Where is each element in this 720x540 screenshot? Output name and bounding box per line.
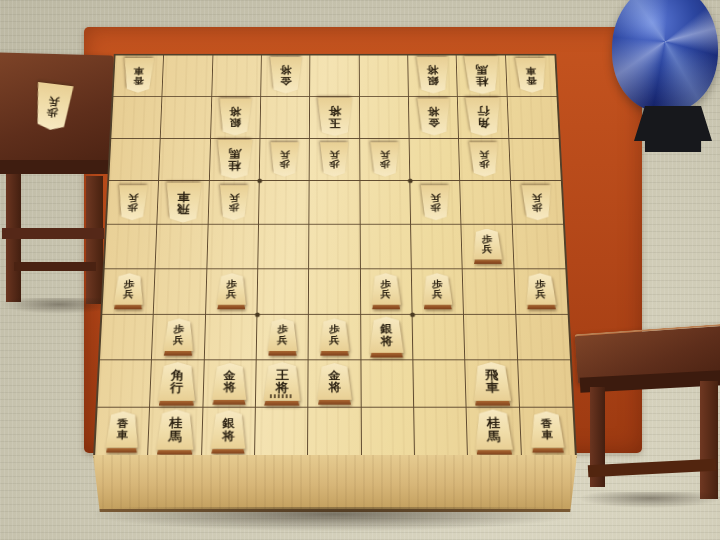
piece-face: 歩兵 bbox=[370, 273, 402, 305]
piece-7b-silver[interactable]: 銀将 bbox=[218, 99, 253, 136]
square-7e[interactable] bbox=[207, 225, 259, 269]
piece-kanji: 馬 bbox=[475, 65, 488, 76]
piece-kanji: 歩 bbox=[329, 325, 340, 335]
left-komadai-stretcher-lower bbox=[14, 262, 96, 271]
square-2i[interactable]: 桂馬 bbox=[467, 408, 522, 456]
square-1d[interactable]: 歩兵 bbox=[511, 181, 563, 225]
piece-kanji: 将 bbox=[328, 382, 340, 393]
piece-kanji: 歩 bbox=[228, 203, 239, 212]
piece-kanji: 桂 bbox=[228, 160, 241, 171]
square-2c[interactable]: 歩兵 bbox=[459, 138, 510, 181]
piece-kanji: 将 bbox=[427, 65, 439, 75]
piece-face: 歩兵 bbox=[469, 142, 501, 176]
piece-face: 歩兵 bbox=[319, 142, 349, 176]
piece-kanji: 兵 bbox=[531, 193, 542, 202]
piece-side-edge bbox=[424, 305, 452, 310]
piece-kanji: 香 bbox=[117, 418, 129, 429]
piece-kanji: 兵 bbox=[128, 193, 139, 202]
piece-side-edge bbox=[527, 305, 556, 310]
piece-face: 歩兵 bbox=[369, 142, 400, 176]
left-komadai-stretcher-upper bbox=[2, 228, 104, 239]
piece-2a-knight[interactable]: 桂馬 bbox=[463, 57, 501, 95]
piece-kanji: 歩 bbox=[124, 279, 135, 289]
square-9c[interactable] bbox=[109, 138, 161, 181]
piece-face: 金将 bbox=[316, 363, 353, 400]
piece-kanji: 兵 bbox=[430, 193, 441, 202]
piece-kanji: 行 bbox=[170, 382, 184, 394]
piece-3b-gold[interactable]: 金将 bbox=[416, 99, 451, 136]
square-4c[interactable]: 歩兵 bbox=[360, 138, 410, 181]
piece-kanji: 将 bbox=[230, 107, 242, 117]
piece-side-edge bbox=[211, 449, 244, 454]
square-3a[interactable]: 銀将 bbox=[408, 55, 458, 96]
square-9d[interactable]: 歩兵 bbox=[107, 181, 159, 225]
piece-face: 王将 bbox=[262, 362, 302, 401]
piece-5c-pawn[interactable]: 歩兵 bbox=[319, 142, 349, 176]
piece-8g-pawn[interactable]: 歩兵 bbox=[162, 319, 195, 356]
piece-kanji: 王 bbox=[275, 369, 288, 381]
square-8d[interactable]: 飛車 bbox=[158, 181, 210, 225]
square-1b[interactable] bbox=[507, 97, 558, 139]
piece-kanji: 車 bbox=[177, 191, 190, 202]
square-2e[interactable]: 歩兵 bbox=[462, 225, 514, 269]
piece-side-edge bbox=[159, 401, 195, 406]
left-komadai-leg-right bbox=[86, 176, 103, 304]
piece-3f-pawn[interactable]: 歩兵 bbox=[421, 273, 453, 309]
square-9f[interactable]: 歩兵 bbox=[102, 269, 155, 314]
piece-face: 金将 bbox=[268, 57, 303, 93]
piece-kanji: 歩 bbox=[46, 107, 58, 119]
piece-kanji: 金 bbox=[428, 117, 440, 127]
left-komadai-apron bbox=[0, 160, 110, 174]
square-6f[interactable] bbox=[257, 269, 309, 314]
piece-side-edge bbox=[157, 450, 193, 455]
piece-face: 歩兵 bbox=[31, 82, 74, 132]
piece-face: 桂馬 bbox=[463, 57, 501, 95]
square-8f[interactable] bbox=[154, 269, 207, 314]
piece-1f-pawn[interactable]: 歩兵 bbox=[524, 273, 558, 309]
square-9b[interactable] bbox=[111, 97, 162, 139]
square-6i[interactable] bbox=[255, 408, 309, 456]
piece-face: 銀将 bbox=[209, 410, 247, 448]
square-4f[interactable]: 歩兵 bbox=[361, 269, 413, 314]
piece-8h-bishop[interactable]: 角行 bbox=[157, 362, 198, 405]
board-shadow bbox=[95, 507, 573, 531]
piece-hand-pawn[interactable]: 歩兵 bbox=[31, 82, 74, 132]
piece-4g-silver[interactable]: 銀将 bbox=[368, 317, 405, 358]
square-9i[interactable]: 香車 bbox=[95, 408, 150, 456]
piece-side-edge bbox=[264, 401, 299, 406]
board-front-face bbox=[93, 455, 577, 512]
square-8e[interactable] bbox=[156, 225, 208, 269]
square-2d[interactable] bbox=[460, 181, 512, 225]
square-1c[interactable] bbox=[509, 138, 561, 181]
square-4d[interactable] bbox=[360, 181, 411, 225]
square-4g[interactable]: 銀将 bbox=[361, 314, 413, 360]
square-1g[interactable] bbox=[516, 314, 570, 360]
square-3b[interactable]: 金将 bbox=[409, 97, 459, 139]
piece-1a-lance[interactable]: 香車 bbox=[514, 58, 548, 93]
piece-kanji: 車 bbox=[541, 430, 553, 441]
piece-face: 香車 bbox=[122, 58, 155, 93]
piece-face: 銀将 bbox=[415, 57, 450, 93]
captured-pawn-in-hand-white[interactable]: 歩兵 bbox=[31, 82, 74, 132]
piece-kanji: 馬 bbox=[487, 430, 501, 443]
piece-kanji: 将 bbox=[380, 335, 392, 346]
piece-side-edge bbox=[370, 353, 403, 358]
piece-7h-gold[interactable]: 金将 bbox=[211, 363, 249, 405]
square-3d[interactable]: 歩兵 bbox=[410, 181, 461, 225]
square-5b[interactable]: 玉将 bbox=[310, 97, 360, 139]
piece-face: 歩兵 bbox=[267, 319, 299, 351]
piece-kanji: 将 bbox=[223, 382, 236, 393]
square-1i[interactable]: 香車 bbox=[520, 408, 575, 456]
board-star-dot bbox=[257, 179, 262, 183]
piece-8i-knight[interactable]: 桂馬 bbox=[155, 409, 196, 454]
piece-kanji: 兵 bbox=[279, 150, 289, 159]
piece-kanji: 桂 bbox=[475, 76, 488, 87]
piece-kanji: 車 bbox=[133, 66, 144, 75]
piece-kanji: 金 bbox=[223, 370, 236, 381]
piece-kanji: 兵 bbox=[482, 244, 493, 253]
shogi-board-wrap: 香車金将銀将桂馬香車銀将玉将金将角行桂馬歩兵歩兵歩兵歩兵歩兵飛車歩兵歩兵歩兵歩兵… bbox=[93, 54, 577, 458]
piece-side-edge bbox=[217, 305, 245, 310]
piece-kanji: 歩 bbox=[535, 279, 546, 289]
piece-kanji: 将 bbox=[280, 65, 292, 75]
square-7i[interactable]: 銀将 bbox=[202, 408, 256, 456]
piece-kanji: 将 bbox=[275, 382, 288, 394]
piece-2b-bishop[interactable]: 角行 bbox=[464, 98, 502, 137]
piece-kanji: 兵 bbox=[379, 150, 389, 159]
piece-9a-lance[interactable]: 香車 bbox=[122, 58, 155, 93]
piece-kanji: 金 bbox=[328, 370, 340, 381]
square-1a[interactable]: 香車 bbox=[506, 55, 557, 96]
piece-side-edge bbox=[532, 448, 564, 453]
piece-kanji: 角 bbox=[170, 369, 184, 381]
piece-side-edge bbox=[318, 400, 351, 405]
square-6e[interactable] bbox=[258, 225, 309, 269]
piece-1d-pawn[interactable]: 歩兵 bbox=[520, 185, 553, 220]
piece-kanji: 車 bbox=[485, 382, 499, 394]
square-5f[interactable] bbox=[309, 269, 361, 314]
square-3h[interactable] bbox=[413, 361, 467, 408]
square-8i[interactable]: 桂馬 bbox=[148, 408, 203, 456]
piece-kanji: 歩 bbox=[479, 160, 490, 169]
porcelain-vase bbox=[612, 0, 718, 112]
piece-side-edge bbox=[114, 305, 142, 310]
piece-kanji: 歩 bbox=[532, 203, 543, 212]
square-9e[interactable] bbox=[105, 225, 158, 269]
square-1e[interactable] bbox=[512, 225, 565, 269]
square-4a[interactable] bbox=[359, 55, 408, 96]
piece-kanji: 角 bbox=[477, 117, 490, 128]
piece-kanji: 兵 bbox=[277, 335, 288, 345]
piece-5g-pawn[interactable]: 歩兵 bbox=[319, 319, 351, 356]
scene-tatami-room: 歩兵 香車金将銀将桂馬香車銀将玉将金将角行桂馬歩兵歩兵歩兵歩兵歩兵飛車歩兵歩兵歩… bbox=[0, 0, 720, 540]
piece-kanji: 香 bbox=[133, 76, 144, 85]
piece-side-edge bbox=[268, 351, 297, 356]
piece-face: 歩兵 bbox=[216, 273, 248, 305]
piece-face: 角行 bbox=[157, 362, 197, 401]
piece-kanji: 銀 bbox=[380, 323, 392, 334]
piece-kanji: 車 bbox=[525, 66, 536, 75]
piece-kanji: 飛 bbox=[485, 369, 499, 381]
piece-9f-pawn[interactable]: 歩兵 bbox=[112, 273, 145, 309]
piece-kanji: 馬 bbox=[228, 148, 241, 159]
piece-face: 歩兵 bbox=[420, 185, 451, 220]
piece-face: 歩兵 bbox=[162, 319, 195, 351]
piece-6h-king[interactable]: 王将 bbox=[262, 362, 302, 405]
piece-5h-gold[interactable]: 金将 bbox=[316, 363, 353, 405]
square-3g[interactable] bbox=[413, 314, 466, 360]
piece-kanji: 歩 bbox=[482, 234, 493, 243]
square-6d[interactable] bbox=[259, 181, 310, 225]
piece-2e-pawn[interactable]: 歩兵 bbox=[471, 229, 503, 265]
piece-side-edge bbox=[320, 351, 349, 356]
piece-kanji: 兵 bbox=[48, 96, 60, 108]
right-side-table-shadow bbox=[578, 492, 720, 508]
piece-2c-pawn[interactable]: 歩兵 bbox=[469, 142, 501, 176]
piece-kanji: 歩 bbox=[173, 325, 184, 335]
square-7h[interactable]: 金将 bbox=[203, 361, 257, 408]
piece-kanji: 兵 bbox=[479, 150, 490, 159]
square-6h[interactable]: 王将 bbox=[256, 361, 309, 408]
piece-kanji: 銀 bbox=[222, 417, 235, 429]
piece-7i-silver[interactable]: 銀将 bbox=[209, 410, 247, 453]
piece-kanji: 兵 bbox=[329, 335, 340, 345]
piece-kanji: 兵 bbox=[329, 150, 339, 159]
piece-kanji: 香 bbox=[526, 76, 537, 85]
piece-5b-king[interactable]: 玉将 bbox=[316, 98, 353, 137]
piece-kanji: 兵 bbox=[226, 289, 237, 299]
square-1f[interactable]: 歩兵 bbox=[514, 269, 567, 314]
square-2f[interactable] bbox=[463, 269, 516, 314]
piece-kanji: 行 bbox=[476, 106, 489, 117]
piece-kanji: 車 bbox=[116, 430, 128, 441]
square-4i[interactable] bbox=[361, 408, 415, 456]
piece-kanji: 銀 bbox=[427, 76, 439, 86]
square-2a[interactable]: 桂馬 bbox=[457, 55, 507, 96]
piece-face: 銀将 bbox=[368, 317, 405, 353]
piece-2h-rook[interactable]: 飛車 bbox=[472, 362, 513, 405]
piece-face: 金将 bbox=[416, 99, 451, 136]
piece-9d-pawn[interactable]: 歩兵 bbox=[117, 185, 149, 220]
piece-kanji: 将 bbox=[427, 107, 439, 117]
piece-side-edge bbox=[475, 401, 511, 406]
piece-side-edge bbox=[474, 260, 502, 264]
piece-face: 角行 bbox=[464, 98, 502, 137]
square-7f[interactable]: 歩兵 bbox=[206, 269, 258, 314]
square-4e[interactable] bbox=[360, 225, 411, 269]
piece-kanji: 歩 bbox=[279, 160, 289, 169]
piece-face: 歩兵 bbox=[117, 185, 149, 220]
square-5h[interactable]: 金将 bbox=[309, 361, 362, 408]
piece-kanji: 歩 bbox=[381, 279, 392, 289]
piece-kanji: 兵 bbox=[228, 193, 239, 202]
piece-face: 歩兵 bbox=[218, 185, 249, 220]
square-8a[interactable] bbox=[163, 55, 213, 96]
square-7a[interactable] bbox=[212, 55, 262, 96]
piece-kanji: 兵 bbox=[173, 335, 184, 345]
piece-face: 歩兵 bbox=[520, 185, 553, 220]
vase-stand bbox=[634, 106, 712, 152]
piece-face: 香車 bbox=[104, 411, 140, 448]
square-3f[interactable]: 歩兵 bbox=[412, 269, 464, 314]
piece-side-edge bbox=[213, 400, 246, 405]
piece-face: 飛車 bbox=[472, 362, 512, 401]
square-5g[interactable]: 歩兵 bbox=[309, 314, 361, 360]
square-3e[interactable] bbox=[411, 225, 463, 269]
piece-kanji: 銀 bbox=[230, 117, 242, 127]
piece-face: 歩兵 bbox=[319, 319, 351, 351]
piece-4c-pawn[interactable]: 歩兵 bbox=[369, 142, 400, 176]
square-6g[interactable]: 歩兵 bbox=[257, 314, 310, 360]
piece-8d-rook[interactable]: 飛車 bbox=[164, 182, 203, 222]
square-5e[interactable] bbox=[309, 225, 360, 269]
piece-kanji: 歩 bbox=[329, 160, 339, 169]
piece-kanji: 歩 bbox=[226, 279, 237, 289]
piece-kanji: 歩 bbox=[277, 325, 288, 335]
right-side-table-stretcher bbox=[588, 459, 716, 478]
piece-6a-gold[interactable]: 金将 bbox=[268, 57, 303, 93]
square-8h[interactable]: 角行 bbox=[150, 361, 204, 408]
square-4b[interactable] bbox=[360, 97, 410, 139]
piece-kanji: 飛 bbox=[176, 203, 189, 214]
square-2g[interactable] bbox=[464, 314, 518, 360]
piece-face: 金将 bbox=[211, 363, 248, 400]
piece-face: 玉将 bbox=[316, 98, 353, 137]
square-5c[interactable]: 歩兵 bbox=[310, 138, 360, 181]
piece-face: 歩兵 bbox=[421, 273, 453, 305]
square-5a[interactable] bbox=[310, 55, 359, 96]
square-8c[interactable] bbox=[159, 138, 210, 181]
piece-kanji: 兵 bbox=[123, 289, 134, 299]
piece-7c-knight[interactable]: 桂馬 bbox=[215, 140, 253, 179]
square-8g[interactable]: 歩兵 bbox=[152, 314, 206, 360]
piece-kanji: 桂 bbox=[486, 417, 500, 429]
maker-signature bbox=[270, 394, 294, 398]
piece-6g-pawn[interactable]: 歩兵 bbox=[266, 319, 298, 356]
piece-kanji: 玉 bbox=[328, 117, 341, 128]
piece-kanji: 歩 bbox=[379, 160, 389, 169]
piece-3d-pawn[interactable]: 歩兵 bbox=[420, 185, 451, 220]
piece-9i-lance[interactable]: 香車 bbox=[104, 411, 140, 452]
piece-face: 銀将 bbox=[218, 99, 253, 136]
piece-face: 歩兵 bbox=[112, 273, 145, 305]
square-9a[interactable]: 香車 bbox=[113, 55, 164, 96]
square-9g[interactable] bbox=[100, 314, 154, 360]
piece-face: 香車 bbox=[529, 411, 566, 448]
piece-kanji: 兵 bbox=[381, 289, 392, 299]
piece-face: 桂馬 bbox=[155, 409, 196, 449]
square-7g[interactable] bbox=[204, 314, 257, 360]
piece-kanji: 将 bbox=[222, 430, 235, 442]
piece-7f-pawn[interactable]: 歩兵 bbox=[215, 273, 247, 309]
piece-kanji: 歩 bbox=[430, 203, 441, 212]
piece-side-edge bbox=[476, 450, 512, 455]
square-6a[interactable]: 金将 bbox=[261, 55, 310, 96]
square-5i[interactable] bbox=[308, 408, 361, 456]
piece-kanji: 香 bbox=[541, 418, 553, 429]
square-5d[interactable] bbox=[310, 181, 361, 225]
piece-kanji: 桂 bbox=[169, 417, 183, 429]
square-7c[interactable]: 桂馬 bbox=[210, 138, 261, 181]
square-4h[interactable] bbox=[361, 361, 414, 408]
piece-kanji: 金 bbox=[280, 76, 292, 86]
piece-3a-silver[interactable]: 銀将 bbox=[415, 57, 450, 93]
board-star-dot bbox=[408, 179, 413, 183]
square-9h[interactable] bbox=[98, 361, 153, 408]
square-8b[interactable] bbox=[161, 97, 212, 139]
piece-1i-lance[interactable]: 香車 bbox=[529, 411, 566, 452]
piece-face: 歩兵 bbox=[524, 273, 557, 305]
piece-side-edge bbox=[164, 351, 193, 356]
square-7d[interactable]: 歩兵 bbox=[208, 181, 259, 225]
piece-2i-knight[interactable]: 桂馬 bbox=[473, 409, 514, 454]
square-3c[interactable] bbox=[410, 138, 461, 181]
piece-kanji: 兵 bbox=[432, 289, 443, 299]
piece-4f-pawn[interactable]: 歩兵 bbox=[370, 273, 402, 309]
piece-face: 桂馬 bbox=[473, 409, 514, 449]
piece-kanji: 馬 bbox=[168, 430, 182, 443]
piece-face: 桂馬 bbox=[215, 140, 253, 179]
piece-kanji: 歩 bbox=[127, 203, 138, 212]
board-star-dot bbox=[255, 312, 260, 317]
piece-face: 歩兵 bbox=[269, 142, 300, 176]
shogi-board: 香車金将銀将桂馬香車銀将玉将金将角行桂馬歩兵歩兵歩兵歩兵歩兵飛車歩兵歩兵歩兵歩兵… bbox=[93, 54, 577, 458]
piece-6c-pawn[interactable]: 歩兵 bbox=[269, 142, 300, 176]
right-side-table-leg-right bbox=[700, 381, 718, 499]
piece-kanji: 兵 bbox=[535, 289, 546, 299]
piece-face: 香車 bbox=[514, 58, 548, 93]
piece-face: 歩兵 bbox=[471, 229, 503, 260]
piece-kanji: 将 bbox=[328, 106, 341, 117]
piece-kanji: 歩 bbox=[432, 279, 443, 289]
square-2b[interactable]: 角行 bbox=[458, 97, 509, 139]
square-2h[interactable]: 飛車 bbox=[466, 361, 520, 408]
square-6b[interactable] bbox=[260, 97, 310, 139]
piece-7d-pawn[interactable]: 歩兵 bbox=[218, 185, 249, 220]
board-star-dot bbox=[410, 312, 415, 317]
square-1h[interactable] bbox=[518, 361, 573, 408]
square-7b[interactable]: 銀将 bbox=[211, 97, 261, 139]
square-6c[interactable]: 歩兵 bbox=[260, 138, 310, 181]
piece-side-edge bbox=[106, 448, 137, 453]
square-3i[interactable] bbox=[414, 408, 468, 456]
piece-side-edge bbox=[372, 305, 400, 310]
piece-face: 飛車 bbox=[164, 182, 203, 222]
